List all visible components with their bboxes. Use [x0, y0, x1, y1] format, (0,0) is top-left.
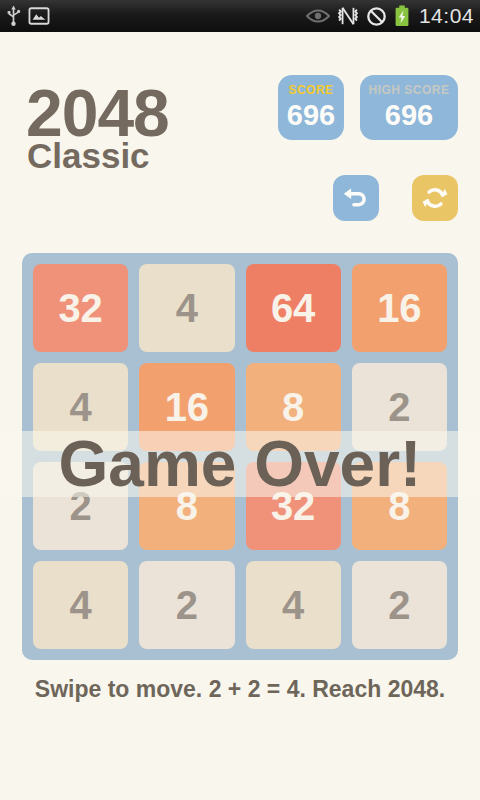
restart-icon [421, 184, 449, 212]
undo-button[interactable] [333, 175, 379, 221]
game-over-overlay: Game Over! [0, 431, 480, 497]
vibrate-off-icon [337, 6, 359, 26]
status-clock: 14:04 [417, 4, 474, 28]
restart-button[interactable] [412, 175, 458, 221]
tile-64: 64 [246, 264, 341, 352]
tile-2: 2 [139, 561, 234, 649]
high-score-value: 696 [385, 99, 433, 132]
game-over-text: Game Over! [59, 432, 422, 496]
blocking-mode-icon [366, 6, 387, 27]
undo-icon [342, 184, 370, 212]
app-subtitle: Classic [27, 138, 150, 173]
score-box: SCORE 696 [278, 75, 344, 140]
status-bar: 14:04 [0, 0, 480, 32]
status-right-icons: 14:04 [306, 4, 474, 28]
instructions-text: Swipe to move. 2 + 2 = 4. Reach 2048. [0, 676, 480, 703]
battery-charging-icon [394, 5, 410, 27]
score-value: 696 [287, 99, 335, 132]
tile-4: 4 [33, 561, 128, 649]
tile-4: 4 [246, 561, 341, 649]
high-score-label: HIGH SCORE [368, 83, 449, 97]
score-label: SCORE [288, 83, 333, 97]
status-left-icons [6, 5, 50, 27]
tile-4: 4 [139, 264, 234, 352]
tile-32: 32 [33, 264, 128, 352]
screen: 14:04 2048 Classic SCORE 696 HIGH SCORE … [0, 0, 480, 800]
tile-16: 16 [352, 264, 447, 352]
eye-icon [306, 8, 330, 24]
tile-2: 2 [352, 561, 447, 649]
gallery-icon [28, 6, 50, 26]
usb-icon [6, 5, 21, 27]
high-score-box: HIGH SCORE 696 [360, 75, 458, 140]
